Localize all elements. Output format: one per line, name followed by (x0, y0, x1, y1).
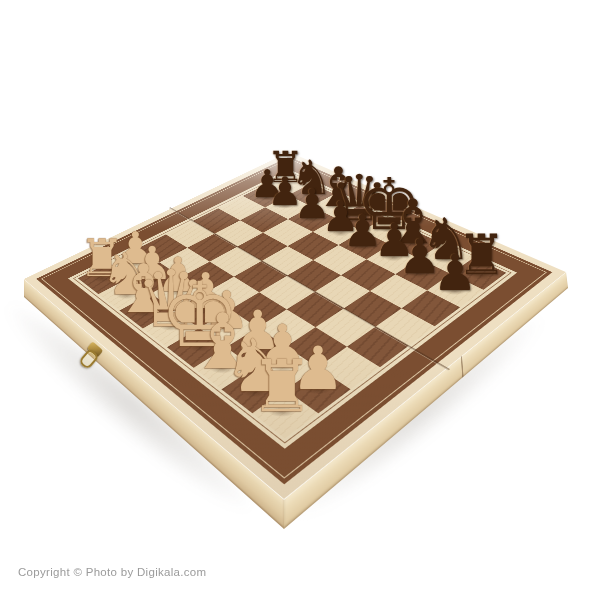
box-fold-seam-side (461, 356, 464, 378)
chess-board (24, 152, 566, 499)
product-photo-scene: ♜♞♝♛♚♝♞♜♟♟♟♟♟♟♟♟♟♟♟♟♟♟♟♟♜♞♝♛♚♝♞♜ Copyrig… (0, 0, 600, 600)
watermark: Copyright © Photo by Digikala.com (18, 566, 206, 578)
